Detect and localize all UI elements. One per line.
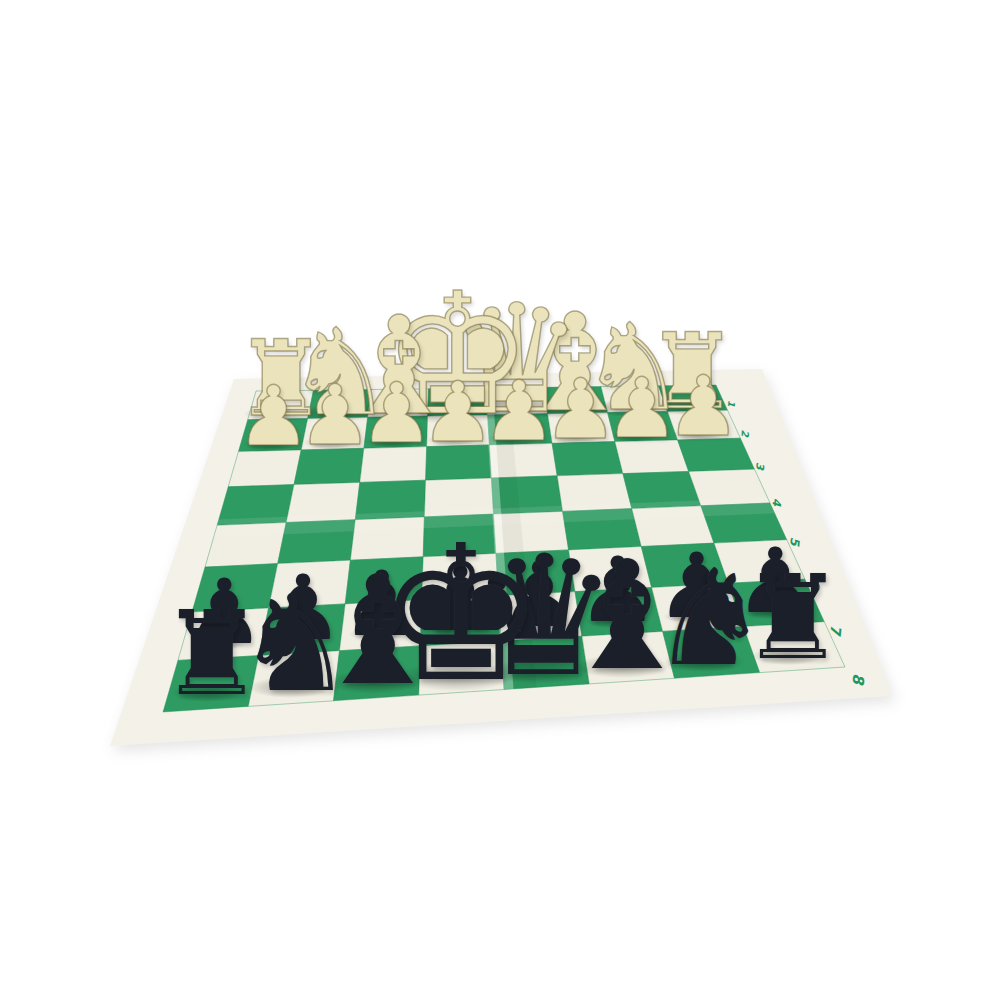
piece-black-rook-h8[interactable]: ♜	[160, 596, 264, 713]
chess-board-mat: 12345678	[0, 0, 1000, 1000]
piece-white-pawn-h2[interactable]: ♟	[236, 375, 311, 458]
chess-set-photo: 12345678 ♜♞♝♛♚♝♞♜♟♟♟♟♟♟♟♟♟♟♟♟♟♟♟♟♜♞♝♛♚♝♞…	[0, 0, 1000, 1000]
